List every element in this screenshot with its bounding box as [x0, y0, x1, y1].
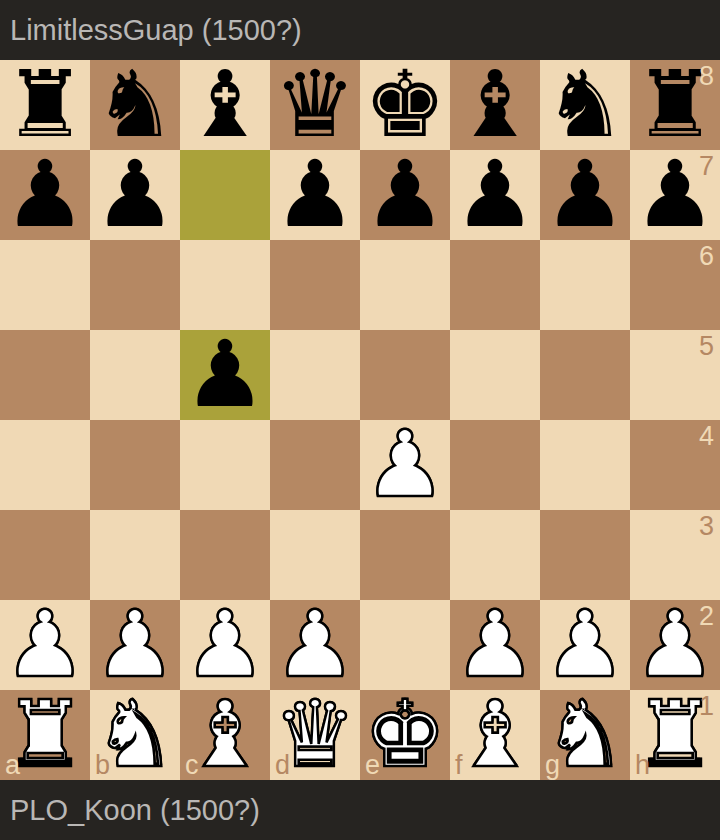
black-knight-b8[interactable]: ♞	[90, 60, 180, 150]
white-pawn-a2[interactable]: ♟	[0, 600, 90, 690]
white-pawn-e4[interactable]: ♟	[360, 420, 450, 510]
coord-rank-8: 8	[699, 63, 714, 90]
white-pawn-c2[interactable]: ♟	[180, 600, 270, 690]
square-a8[interactable]: ♜	[0, 60, 90, 150]
coord-file-h: h	[635, 752, 650, 779]
square-c4[interactable]	[180, 420, 270, 510]
square-d3[interactable]	[270, 510, 360, 600]
square-a3[interactable]	[0, 510, 90, 600]
opponent-name-and-rating[interactable]: LimitlessGuap (1500?)	[10, 14, 302, 47]
square-e6[interactable]	[360, 240, 450, 330]
coord-file-g: g	[545, 752, 560, 779]
square-c1[interactable]: ♝c	[180, 690, 270, 780]
square-f2[interactable]: ♟	[450, 600, 540, 690]
square-f1[interactable]: ♝f	[450, 690, 540, 780]
player-name-and-rating[interactable]: PLO_Koon (1500?)	[10, 794, 260, 827]
black-queen-d8[interactable]: ♛	[270, 60, 360, 150]
coord-file-b: b	[95, 752, 110, 779]
coord-rank-3: 3	[699, 513, 714, 540]
square-c7[interactable]	[180, 150, 270, 240]
white-pawn-d2[interactable]: ♟	[270, 600, 360, 690]
square-c8[interactable]: ♝	[180, 60, 270, 150]
square-h4[interactable]: 4	[630, 420, 720, 510]
coord-rank-1: 1	[699, 693, 714, 720]
square-h5[interactable]: 5	[630, 330, 720, 420]
coord-file-e: e	[365, 752, 380, 779]
square-c3[interactable]	[180, 510, 270, 600]
square-e5[interactable]	[360, 330, 450, 420]
coord-rank-6: 6	[699, 243, 714, 270]
square-h2[interactable]: ♟2	[630, 600, 720, 690]
square-c6[interactable]	[180, 240, 270, 330]
square-a2[interactable]: ♟	[0, 600, 90, 690]
coord-file-d: d	[275, 752, 290, 779]
square-g1[interactable]: ♞g	[540, 690, 630, 780]
square-e8[interactable]: ♚	[360, 60, 450, 150]
square-h1[interactable]: ♜1h	[630, 690, 720, 780]
white-pawn-b2[interactable]: ♟	[90, 600, 180, 690]
square-f5[interactable]	[450, 330, 540, 420]
square-g2[interactable]: ♟	[540, 600, 630, 690]
black-bishop-c8[interactable]: ♝	[180, 60, 270, 150]
square-d5[interactable]	[270, 330, 360, 420]
square-c2[interactable]: ♟	[180, 600, 270, 690]
square-h3[interactable]: 3	[630, 510, 720, 600]
square-g5[interactable]	[540, 330, 630, 420]
square-d6[interactable]	[270, 240, 360, 330]
square-f8[interactable]: ♝	[450, 60, 540, 150]
player-bar: PLO_Koon (1500?)	[0, 780, 720, 840]
black-pawn-b7[interactable]: ♟	[90, 150, 180, 240]
coord-rank-2: 2	[699, 603, 714, 630]
square-c5[interactable]: ♟	[180, 330, 270, 420]
square-b6[interactable]	[90, 240, 180, 330]
black-pawn-e7[interactable]: ♟	[360, 150, 450, 240]
black-pawn-c5[interactable]: ♟	[180, 330, 270, 420]
square-b7[interactable]: ♟	[90, 150, 180, 240]
black-pawn-a7[interactable]: ♟	[0, 150, 90, 240]
square-h8[interactable]: ♜8	[630, 60, 720, 150]
square-a6[interactable]	[0, 240, 90, 330]
black-pawn-g7[interactable]: ♟	[540, 150, 630, 240]
white-pawn-f2[interactable]: ♟	[450, 600, 540, 690]
square-d7[interactable]: ♟	[270, 150, 360, 240]
coord-rank-7: 7	[699, 153, 714, 180]
square-f6[interactable]	[450, 240, 540, 330]
square-g7[interactable]: ♟	[540, 150, 630, 240]
square-b4[interactable]	[90, 420, 180, 510]
square-e4[interactable]: ♟	[360, 420, 450, 510]
black-bishop-f8[interactable]: ♝	[450, 60, 540, 150]
square-h6[interactable]: 6	[630, 240, 720, 330]
square-g8[interactable]: ♞	[540, 60, 630, 150]
white-bishop-f1[interactable]: ♝	[450, 690, 540, 780]
chess-board: ♜♞♝♛♚♝♞♜8♟♟♟♟♟♟♟76♟5♟43♟♟♟♟♟♟♟2♜a♞b♝c♛d♚…	[0, 60, 720, 780]
square-a1[interactable]: ♜a	[0, 690, 90, 780]
coord-file-a: a	[5, 752, 20, 779]
square-g4[interactable]	[540, 420, 630, 510]
square-e7[interactable]: ♟	[360, 150, 450, 240]
square-a7[interactable]: ♟	[0, 150, 90, 240]
square-g3[interactable]	[540, 510, 630, 600]
black-pawn-d7[interactable]: ♟	[270, 150, 360, 240]
square-e1[interactable]: ♚e	[360, 690, 450, 780]
square-b8[interactable]: ♞	[90, 60, 180, 150]
white-pawn-g2[interactable]: ♟	[540, 600, 630, 690]
square-b1[interactable]: ♞b	[90, 690, 180, 780]
coord-file-f: f	[455, 752, 463, 779]
square-f7[interactable]: ♟	[450, 150, 540, 240]
square-a4[interactable]	[0, 420, 90, 510]
square-d1[interactable]: ♛d	[270, 690, 360, 780]
black-rook-a8[interactable]: ♜	[0, 60, 90, 150]
square-d4[interactable]	[270, 420, 360, 510]
square-b2[interactable]: ♟	[90, 600, 180, 690]
square-e2[interactable]	[360, 600, 450, 690]
coord-file-c: c	[185, 752, 199, 779]
square-e3[interactable]	[360, 510, 450, 600]
coord-rank-5: 5	[699, 333, 714, 360]
coord-rank-4: 4	[699, 423, 714, 450]
square-h7[interactable]: ♟7	[630, 150, 720, 240]
square-a5[interactable]	[0, 330, 90, 420]
black-knight-g8[interactable]: ♞	[540, 60, 630, 150]
square-b5[interactable]	[90, 330, 180, 420]
square-g6[interactable]	[540, 240, 630, 330]
square-f3[interactable]	[450, 510, 540, 600]
square-f4[interactable]	[450, 420, 540, 510]
square-b3[interactable]	[90, 510, 180, 600]
black-king-e8[interactable]: ♚	[360, 60, 450, 150]
square-d8[interactable]: ♛	[270, 60, 360, 150]
square-d2[interactable]: ♟	[270, 600, 360, 690]
black-pawn-f7[interactable]: ♟	[450, 150, 540, 240]
